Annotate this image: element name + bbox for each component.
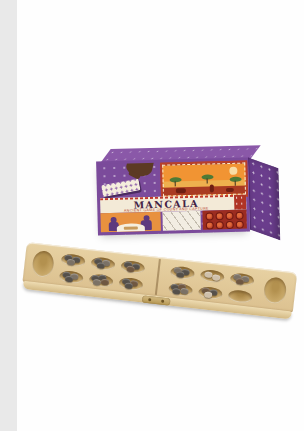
- stone-grey: [66, 259, 75, 266]
- stone-dot-icon: [235, 212, 243, 220]
- savanna-scene: [162, 163, 246, 197]
- product-photo: MANCALA ANCIENT GAME OF COUNT AND CAPTUR…: [17, 0, 304, 431]
- mancala-board: [21, 242, 297, 320]
- box-front-face: MANCALA ANCIENT GAME OF COUNT AND CAPTUR…: [96, 157, 250, 235]
- pit-b3: [118, 277, 143, 292]
- table-mancala-board: [123, 226, 137, 229]
- pit-b6: [227, 289, 252, 304]
- store-right: [262, 276, 287, 304]
- acacia-tree-icon: [201, 174, 213, 179]
- pit-t2: [90, 256, 115, 271]
- stone-light: [211, 274, 220, 281]
- pit-t3: [120, 260, 145, 275]
- stone-light: [203, 291, 212, 298]
- stone-dark: [172, 288, 181, 295]
- panel-hand-illustration: [99, 163, 159, 199]
- elephant-silhouette: [175, 188, 185, 193]
- giraffe-silhouette: [209, 184, 213, 192]
- pit-t1: [60, 253, 85, 268]
- box-side-face: [248, 157, 280, 240]
- stone-dot-icon: [205, 212, 213, 220]
- panel-pattern: [162, 211, 200, 231]
- stone-light: [204, 271, 213, 278]
- pit-t5: [199, 269, 224, 284]
- acacia-tree-icon: [229, 177, 241, 182]
- acacia-tree-icon: [169, 177, 181, 182]
- stone-dot-icon: [236, 221, 244, 229]
- pit-t6: [229, 272, 254, 287]
- mini-board-illustration: [101, 178, 141, 197]
- red-tab: [234, 195, 246, 210]
- panel-savanna-illustration: [160, 160, 248, 198]
- stone-dark: [96, 262, 105, 269]
- stone-dot-icon: [215, 221, 223, 229]
- stone-dot-icon: [215, 212, 223, 220]
- stone-dot-icon: [205, 221, 213, 229]
- stone-brown: [126, 265, 135, 272]
- hinge-screw: [148, 298, 151, 301]
- pit-b5: [197, 286, 222, 301]
- pit-b2: [88, 273, 113, 288]
- board-fold-seam: [154, 259, 160, 295]
- antelope-silhouette: [225, 188, 233, 192]
- table-illustration: [116, 223, 144, 232]
- stone-grey: [180, 288, 189, 295]
- panel-stone-dots: [202, 210, 246, 230]
- hinge-screw: [161, 300, 164, 303]
- stone-dot-icon: [225, 212, 233, 220]
- stone-grey: [92, 279, 101, 286]
- pit-b4: [167, 282, 192, 297]
- game-box: MANCALA ANCIENT GAME OF COUNT AND CAPTUR…: [92, 143, 287, 248]
- pit-t4: [169, 265, 194, 280]
- stone-dark: [124, 282, 133, 289]
- sun-icon: [229, 167, 237, 175]
- stone-brown: [100, 279, 109, 286]
- stone-dark: [175, 271, 184, 278]
- stone-brown: [235, 278, 244, 285]
- stone-dark: [64, 276, 73, 283]
- pit-b1: [58, 270, 83, 285]
- panel-players-scene: [100, 212, 160, 233]
- store-left: [31, 250, 55, 278]
- stone-dot-icon: [225, 221, 233, 229]
